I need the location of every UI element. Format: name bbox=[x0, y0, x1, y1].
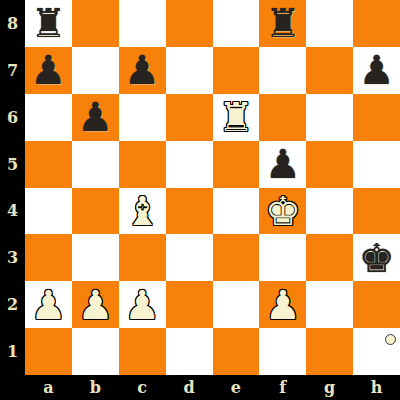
square-c8[interactable] bbox=[119, 0, 166, 47]
chess-diagram: 87654321 ♜♜♟♟♟♟♜♟♝♚♚♟♟♟♟ abcdefgh bbox=[0, 0, 400, 400]
square-a5[interactable] bbox=[25, 141, 72, 188]
square-h7[interactable]: ♟ bbox=[353, 47, 400, 94]
black-pawn: ♟ bbox=[31, 47, 67, 93]
square-f8[interactable]: ♜ bbox=[259, 0, 306, 47]
file-label-d: d bbox=[166, 375, 213, 400]
square-g7[interactable] bbox=[306, 47, 353, 94]
square-g5[interactable] bbox=[306, 141, 353, 188]
square-c3[interactable] bbox=[119, 234, 166, 281]
square-h8[interactable] bbox=[353, 0, 400, 47]
square-h6[interactable] bbox=[353, 94, 400, 141]
black-king: ♚ bbox=[359, 235, 395, 281]
square-g1[interactable] bbox=[306, 328, 353, 375]
square-g4[interactable] bbox=[306, 188, 353, 235]
file-label-g: g bbox=[306, 375, 353, 400]
square-b4[interactable] bbox=[72, 188, 119, 235]
square-g8[interactable] bbox=[306, 0, 353, 47]
square-f7[interactable] bbox=[259, 47, 306, 94]
file-label-h: h bbox=[353, 375, 400, 400]
black-pawn: ♟ bbox=[359, 47, 395, 93]
frame-corner bbox=[0, 375, 25, 400]
square-e4[interactable] bbox=[213, 188, 260, 235]
move-marker-dot bbox=[385, 334, 396, 345]
square-b1[interactable] bbox=[72, 328, 119, 375]
square-h2[interactable] bbox=[353, 281, 400, 328]
square-c5[interactable] bbox=[119, 141, 166, 188]
square-c1[interactable] bbox=[119, 328, 166, 375]
square-f4[interactable]: ♚ bbox=[259, 188, 306, 235]
square-d8[interactable] bbox=[166, 0, 213, 47]
square-e3[interactable] bbox=[213, 234, 260, 281]
rank-label-5: 5 bbox=[0, 141, 25, 188]
square-d3[interactable] bbox=[166, 234, 213, 281]
black-pawn: ♟ bbox=[124, 47, 160, 93]
square-a4[interactable] bbox=[25, 188, 72, 235]
square-h1[interactable] bbox=[353, 328, 400, 375]
file-labels: abcdefgh bbox=[25, 375, 400, 400]
rank-label-6: 6 bbox=[0, 94, 25, 141]
square-a2[interactable]: ♟ bbox=[25, 281, 72, 328]
square-h4[interactable] bbox=[353, 188, 400, 235]
square-f5[interactable]: ♟ bbox=[259, 141, 306, 188]
black-pawn: ♟ bbox=[77, 94, 113, 140]
square-g2[interactable] bbox=[306, 281, 353, 328]
square-c6[interactable] bbox=[119, 94, 166, 141]
square-d7[interactable] bbox=[166, 47, 213, 94]
square-e2[interactable] bbox=[213, 281, 260, 328]
square-e6[interactable]: ♜ bbox=[213, 94, 260, 141]
square-e7[interactable] bbox=[213, 47, 260, 94]
white-bishop: ♝ bbox=[124, 188, 160, 234]
square-b7[interactable] bbox=[72, 47, 119, 94]
square-b5[interactable] bbox=[72, 141, 119, 188]
square-a8[interactable]: ♜ bbox=[25, 0, 72, 47]
square-g3[interactable] bbox=[306, 234, 353, 281]
white-pawn: ♟ bbox=[77, 282, 113, 328]
square-h5[interactable] bbox=[353, 141, 400, 188]
white-king: ♚ bbox=[265, 188, 301, 234]
square-e1[interactable] bbox=[213, 328, 260, 375]
rank-labels: 87654321 bbox=[0, 0, 25, 375]
black-rook: ♜ bbox=[31, 0, 67, 46]
rank-label-7: 7 bbox=[0, 47, 25, 94]
square-b6[interactable]: ♟ bbox=[72, 94, 119, 141]
white-pawn: ♟ bbox=[124, 282, 160, 328]
white-pawn: ♟ bbox=[31, 282, 67, 328]
square-d4[interactable] bbox=[166, 188, 213, 235]
square-f3[interactable] bbox=[259, 234, 306, 281]
square-c4[interactable]: ♝ bbox=[119, 188, 166, 235]
file-label-b: b bbox=[72, 375, 119, 400]
white-pawn: ♟ bbox=[265, 282, 301, 328]
black-pawn: ♟ bbox=[265, 141, 301, 187]
square-e8[interactable] bbox=[213, 0, 260, 47]
square-b8[interactable] bbox=[72, 0, 119, 47]
square-a1[interactable] bbox=[25, 328, 72, 375]
square-a6[interactable] bbox=[25, 94, 72, 141]
rank-label-4: 4 bbox=[0, 188, 25, 235]
file-label-c: c bbox=[119, 375, 166, 400]
square-c2[interactable]: ♟ bbox=[119, 281, 166, 328]
square-d2[interactable] bbox=[166, 281, 213, 328]
square-d6[interactable] bbox=[166, 94, 213, 141]
white-rook: ♜ bbox=[218, 94, 254, 140]
black-rook: ♜ bbox=[265, 0, 301, 46]
square-b3[interactable] bbox=[72, 234, 119, 281]
square-e5[interactable] bbox=[213, 141, 260, 188]
square-h3[interactable]: ♚ bbox=[353, 234, 400, 281]
square-f6[interactable] bbox=[259, 94, 306, 141]
file-label-e: e bbox=[213, 375, 260, 400]
square-g6[interactable] bbox=[306, 94, 353, 141]
square-d5[interactable] bbox=[166, 141, 213, 188]
square-a7[interactable]: ♟ bbox=[25, 47, 72, 94]
chess-board: ♜♜♟♟♟♟♜♟♝♚♚♟♟♟♟ bbox=[25, 0, 400, 375]
file-label-f: f bbox=[259, 375, 306, 400]
square-d1[interactable] bbox=[166, 328, 213, 375]
rank-label-3: 3 bbox=[0, 234, 25, 281]
rank-label-2: 2 bbox=[0, 281, 25, 328]
square-f1[interactable] bbox=[259, 328, 306, 375]
file-label-a: a bbox=[25, 375, 72, 400]
square-f2[interactable]: ♟ bbox=[259, 281, 306, 328]
rank-label-8: 8 bbox=[0, 0, 25, 47]
rank-label-1: 1 bbox=[0, 328, 25, 375]
square-b2[interactable]: ♟ bbox=[72, 281, 119, 328]
square-c7[interactable]: ♟ bbox=[119, 47, 166, 94]
square-a3[interactable] bbox=[25, 234, 72, 281]
